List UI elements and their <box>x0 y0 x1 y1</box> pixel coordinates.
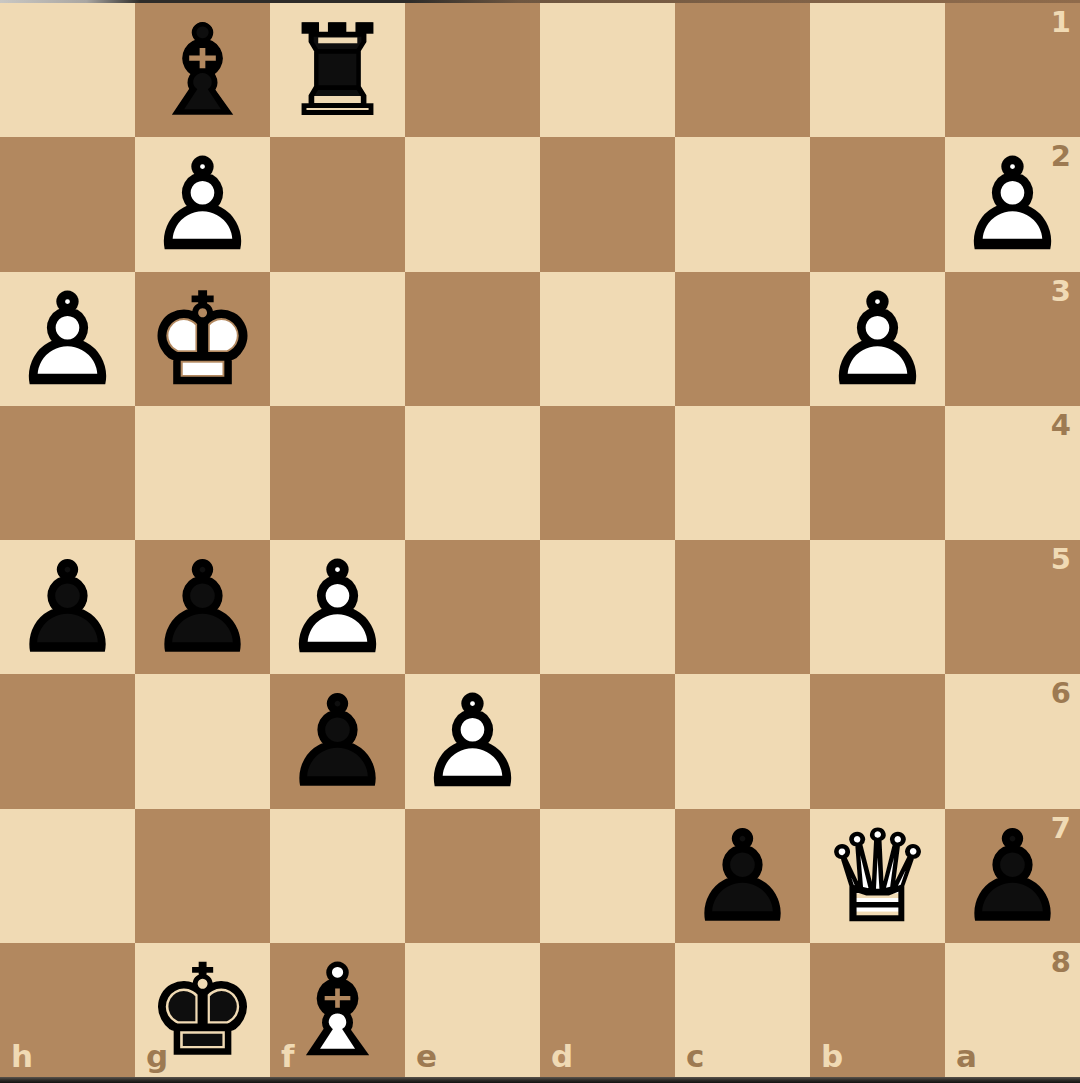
coord-rank-1: 1 <box>1051 8 1071 37</box>
square-f2[interactable] <box>270 137 405 271</box>
square-c2[interactable] <box>675 137 810 271</box>
square-c1[interactable] <box>675 3 810 137</box>
black-rook[interactable]: ♜♖ <box>270 3 405 137</box>
square-e2[interactable] <box>405 137 540 271</box>
square-e5[interactable] <box>405 540 540 674</box>
square-g8[interactable]: g♚♔ <box>135 943 270 1077</box>
black-pawn-outline-icon: ♙ <box>0 545 135 670</box>
square-d2[interactable] <box>540 137 675 271</box>
black-pawn[interactable]: ♟♙ <box>0 540 135 674</box>
square-b5[interactable] <box>810 540 945 674</box>
black-pawn[interactable]: ♟♙ <box>675 809 810 943</box>
square-f1[interactable]: ♜♖ <box>270 3 405 137</box>
black-rook-outline-icon: ♖ <box>270 8 405 133</box>
square-b2[interactable] <box>810 137 945 271</box>
black-king[interactable]: ♚♔ <box>135 943 270 1077</box>
square-b7[interactable]: ♛♕ <box>810 809 945 943</box>
square-c6[interactable] <box>675 674 810 808</box>
square-g3[interactable]: ♚♔ <box>135 272 270 406</box>
white-pawn[interactable]: ♟♙ <box>135 137 270 271</box>
square-b8[interactable]: b <box>810 943 945 1077</box>
coord-rank-8: 8 <box>1051 948 1071 977</box>
black-pawn[interactable]: ♟♙ <box>270 674 405 808</box>
square-b1[interactable] <box>810 3 945 137</box>
black-pawn-outline-icon: ♙ <box>270 679 405 804</box>
square-e6[interactable]: ♟♙ <box>405 674 540 808</box>
square-a2[interactable]: 2♟♙ <box>945 137 1080 271</box>
chess-board: ♝♗♜♖1♟♙2♟♙♟♙♚♔♟♙34♟♙♟♙♟♙5♟♙♟♙6♟♙♛♕7♟♙hg♚… <box>0 3 1080 1077</box>
black-king-outline-icon: ♔ <box>135 947 270 1072</box>
coord-rank-5: 5 <box>1051 545 1071 574</box>
white-pawn-outline-icon: ♙ <box>810 276 945 401</box>
white-pawn[interactable]: ♟♙ <box>0 272 135 406</box>
square-a7[interactable]: 7♟♙ <box>945 809 1080 943</box>
square-c3[interactable] <box>675 272 810 406</box>
black-bishop[interactable]: ♝♗ <box>135 3 270 137</box>
white-pawn[interactable]: ♟♙ <box>810 272 945 406</box>
square-h6[interactable] <box>0 674 135 808</box>
white-bishop-outline-icon: ♗ <box>270 947 405 1072</box>
square-a5[interactable]: 5 <box>945 540 1080 674</box>
square-g1[interactable]: ♝♗ <box>135 3 270 137</box>
square-a6[interactable]: 6 <box>945 674 1080 808</box>
white-pawn[interactable]: ♟♙ <box>405 674 540 808</box>
coord-file-e: e <box>416 1041 437 1072</box>
square-c7[interactable]: ♟♙ <box>675 809 810 943</box>
square-f7[interactable] <box>270 809 405 943</box>
square-d5[interactable] <box>540 540 675 674</box>
square-f8[interactable]: f♝♗ <box>270 943 405 1077</box>
coord-file-c: c <box>686 1041 704 1072</box>
black-bishop-outline-icon: ♗ <box>135 8 270 133</box>
square-c4[interactable] <box>675 406 810 540</box>
coord-file-d: d <box>551 1041 573 1072</box>
square-d6[interactable] <box>540 674 675 808</box>
square-a4[interactable]: 4 <box>945 406 1080 540</box>
square-h1[interactable] <box>0 3 135 137</box>
square-d8[interactable]: d <box>540 943 675 1077</box>
square-g4[interactable] <box>135 406 270 540</box>
square-a1[interactable]: 1 <box>945 3 1080 137</box>
square-h7[interactable] <box>0 809 135 943</box>
black-pawn[interactable]: ♟♙ <box>945 809 1080 943</box>
square-c5[interactable] <box>675 540 810 674</box>
square-a3[interactable]: 3 <box>945 272 1080 406</box>
square-c8[interactable]: c <box>675 943 810 1077</box>
coord-rank-6: 6 <box>1051 679 1071 708</box>
square-g7[interactable] <box>135 809 270 943</box>
coord-file-h: h <box>11 1041 33 1072</box>
coord-rank-3: 3 <box>1051 277 1071 306</box>
square-e7[interactable] <box>405 809 540 943</box>
white-king-outline-icon: ♔ <box>135 276 270 401</box>
square-d3[interactable] <box>540 272 675 406</box>
square-g2[interactable]: ♟♙ <box>135 137 270 271</box>
coord-rank-4: 4 <box>1051 411 1071 440</box>
black-pawn-outline-icon: ♙ <box>135 545 270 670</box>
square-d4[interactable] <box>540 406 675 540</box>
square-f6[interactable]: ♟♙ <box>270 674 405 808</box>
square-f3[interactable] <box>270 272 405 406</box>
white-queen[interactable]: ♛♕ <box>810 809 945 943</box>
square-f5[interactable]: ♟♙ <box>270 540 405 674</box>
square-h5[interactable]: ♟♙ <box>0 540 135 674</box>
white-pawn-outline-icon: ♙ <box>945 142 1080 267</box>
square-g6[interactable] <box>135 674 270 808</box>
white-pawn[interactable]: ♟♙ <box>945 137 1080 271</box>
coord-file-b: b <box>821 1041 843 1072</box>
black-pawn[interactable]: ♟♙ <box>135 540 270 674</box>
square-b6[interactable] <box>810 674 945 808</box>
white-pawn-outline-icon: ♙ <box>405 679 540 804</box>
page-edge-bottom <box>0 1077 1080 1083</box>
square-h8[interactable]: h <box>0 943 135 1077</box>
square-h4[interactable] <box>0 406 135 540</box>
square-b4[interactable] <box>810 406 945 540</box>
square-e8[interactable]: e <box>405 943 540 1077</box>
square-d7[interactable] <box>540 809 675 943</box>
square-e3[interactable] <box>405 272 540 406</box>
square-g5[interactable]: ♟♙ <box>135 540 270 674</box>
square-f4[interactable] <box>270 406 405 540</box>
square-e4[interactable] <box>405 406 540 540</box>
white-queen-outline-icon: ♕ <box>810 813 945 938</box>
white-pawn[interactable]: ♟♙ <box>270 540 405 674</box>
white-pawn-outline-icon: ♙ <box>0 276 135 401</box>
black-pawn-outline-icon: ♙ <box>675 813 810 938</box>
square-h2[interactable] <box>0 137 135 271</box>
square-b3[interactable]: ♟♙ <box>810 272 945 406</box>
white-king[interactable]: ♚♔ <box>135 272 270 406</box>
square-d1[interactable] <box>540 3 675 137</box>
square-e1[interactable] <box>405 3 540 137</box>
square-h3[interactable]: ♟♙ <box>0 272 135 406</box>
white-bishop[interactable]: ♝♗ <box>270 943 405 1077</box>
white-pawn-outline-icon: ♙ <box>135 142 270 267</box>
white-pawn-outline-icon: ♙ <box>270 545 405 670</box>
black-pawn-outline-icon: ♙ <box>945 813 1080 938</box>
coord-file-a: a <box>956 1041 977 1072</box>
square-a8[interactable]: 8a <box>945 943 1080 1077</box>
